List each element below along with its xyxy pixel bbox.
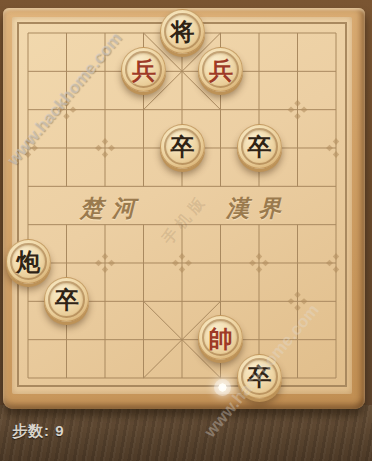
board-point-f5r5[interactable] (202, 206, 241, 244)
board-point-f4r0[interactable]: 将 (163, 14, 202, 52)
board-point-f2r5[interactable] (86, 206, 125, 244)
board-point-f5r6[interactable] (202, 244, 241, 282)
board-point-f2r6[interactable] (86, 244, 125, 282)
board-point-f5r4[interactable] (202, 167, 241, 205)
board-point-f3r7[interactable] (125, 282, 164, 320)
board-point-f8r1[interactable] (317, 52, 356, 90)
board-point-f6r7[interactable] (240, 282, 279, 320)
piece-帥-red[interactable]: 帥 (198, 315, 243, 360)
board-point-f8r3[interactable] (317, 129, 356, 167)
board-point-f3r1[interactable]: 兵 (125, 52, 164, 90)
board-point-f5r1[interactable]: 兵 (202, 52, 241, 90)
board-point-f2r8[interactable] (86, 321, 125, 359)
board-point-f7r9[interactable] (279, 359, 318, 397)
board-point-f4r8[interactable] (163, 321, 202, 359)
board-point-f0r7[interactable] (9, 282, 48, 320)
board-point-f7r8[interactable] (279, 321, 318, 359)
board-point-f4r3[interactable]: 卒 (163, 129, 202, 167)
board-point-f2r7[interactable] (86, 282, 125, 320)
board-point-f2r2[interactable] (86, 91, 125, 129)
board-point-f5r3[interactable] (202, 129, 241, 167)
piece-卒-black[interactable]: 卒 (237, 124, 282, 169)
piece-兵-red[interactable]: 兵 (198, 47, 243, 92)
piece-glyph: 卒 (247, 365, 271, 389)
board-point-f8r4[interactable] (317, 167, 356, 205)
piece-卒-black[interactable]: 卒 (237, 354, 282, 399)
board-point-f7r5[interactable] (279, 206, 318, 244)
board-point-f3r2[interactable] (125, 91, 164, 129)
board-point-f1r8[interactable] (48, 321, 87, 359)
board-point-f1r3[interactable] (48, 129, 87, 167)
step-counter: 步数: 9 (12, 422, 65, 441)
board-point-f0r6[interactable]: 炮 (9, 244, 48, 282)
board-point-f7r4[interactable] (279, 167, 318, 205)
piece-兵-red[interactable]: 兵 (121, 47, 166, 92)
board-point-f1r7[interactable]: 卒 (48, 282, 87, 320)
board-point-f6r5[interactable] (240, 206, 279, 244)
move-indicator-dot (218, 383, 227, 392)
board-point-f4r4[interactable] (163, 167, 202, 205)
board-point-f0r9[interactable] (9, 359, 48, 397)
steps-value: 9 (55, 422, 64, 439)
steps-label: 步数: (12, 422, 50, 439)
piece-glyph: 帥 (209, 327, 233, 351)
board-point-f8r7[interactable] (317, 282, 356, 320)
piece-glyph: 卒 (55, 288, 79, 312)
piece-glyph: 卒 (170, 135, 194, 159)
board-point-f0r0[interactable] (9, 14, 48, 52)
board-point-f0r1[interactable] (9, 52, 48, 90)
board-point-f3r6[interactable] (125, 244, 164, 282)
board-point-f0r3[interactable] (9, 129, 48, 167)
piece-glyph: 将 (170, 20, 194, 44)
board-point-f6r9[interactable]: 卒 (240, 359, 279, 397)
piece-卒-black[interactable]: 卒 (160, 124, 205, 169)
board-point-f3r4[interactable] (125, 167, 164, 205)
board-point-f2r1[interactable] (86, 52, 125, 90)
board-point-f7r0[interactable] (279, 14, 318, 52)
board-point-f3r8[interactable] (125, 321, 164, 359)
board-point-f5r9[interactable] (202, 359, 241, 397)
board-point-f6r3[interactable]: 卒 (240, 129, 279, 167)
board-point-f2r3[interactable] (86, 129, 125, 167)
board-point-f1r5[interactable] (48, 206, 87, 244)
board-point-f8r2[interactable] (317, 91, 356, 129)
board-point-f1r4[interactable] (48, 167, 87, 205)
board-point-f1r1[interactable] (48, 52, 87, 90)
board-point-f4r9[interactable] (163, 359, 202, 397)
board-point-f7r3[interactable] (279, 129, 318, 167)
piece-glyph: 兵 (209, 59, 233, 83)
board-point-f4r5[interactable] (163, 206, 202, 244)
board-point-f6r6[interactable] (240, 244, 279, 282)
board-point-f1r2[interactable] (48, 91, 87, 129)
board-point-f3r3[interactable] (125, 129, 164, 167)
piece-glyph: 卒 (247, 135, 271, 159)
board-point-f8r0[interactable] (317, 14, 356, 52)
board-point-f0r2[interactable] (9, 91, 48, 129)
piece-炮-black[interactable]: 炮 (6, 239, 51, 284)
board-point-f1r0[interactable] (48, 14, 87, 52)
board-point-f4r7[interactable] (163, 282, 202, 320)
board-point-f0r4[interactable] (9, 167, 48, 205)
board-point-f3r9[interactable] (125, 359, 164, 397)
board-point-f6r1[interactable] (240, 52, 279, 90)
board-point-f8r8[interactable] (317, 321, 356, 359)
board-point-f4r6[interactable] (163, 244, 202, 282)
board-point-f1r9[interactable] (48, 359, 87, 397)
board-point-f7r6[interactable] (279, 244, 318, 282)
board-point-f6r4[interactable] (240, 167, 279, 205)
piece-glyph: 炮 (16, 250, 40, 274)
piece-glyph: 兵 (132, 59, 156, 83)
board-point-f8r5[interactable] (317, 206, 356, 244)
board-grid: 将兵兵卒卒炮卒帥卒 (9, 14, 356, 397)
board-point-f7r2[interactable] (279, 91, 318, 129)
board-point-f5r2[interactable] (202, 91, 241, 129)
board-point-f8r9[interactable] (317, 359, 356, 397)
board-point-f6r0[interactable] (240, 14, 279, 52)
board-point-f5r8[interactable]: 帥 (202, 321, 241, 359)
board-point-f3r5[interactable] (125, 206, 164, 244)
board-point-f7r7[interactable] (279, 282, 318, 320)
xiangqi-app: 楚河 漢界 将兵兵卒卒炮卒帥卒 步数: 9 www.hackhome.com 手… (0, 0, 372, 461)
board-point-f7r1[interactable] (279, 52, 318, 90)
piece-卒-black[interactable]: 卒 (44, 277, 89, 322)
board-point-f8r6[interactable] (317, 244, 356, 282)
board-point-f4r1[interactable] (163, 52, 202, 90)
board-point-f2r9[interactable] (86, 359, 125, 397)
board-point-f2r4[interactable] (86, 167, 125, 205)
board-point-f2r0[interactable] (86, 14, 125, 52)
board-point-f0r8[interactable] (9, 321, 48, 359)
piece-将-black[interactable]: 将 (160, 9, 205, 54)
